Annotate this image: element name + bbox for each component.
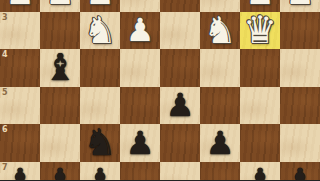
rank-label-4: 4 xyxy=(2,50,8,59)
square-a5[interactable] xyxy=(280,87,320,125)
square-f5[interactable] xyxy=(80,87,120,125)
square-h3[interactable]: 3 xyxy=(0,12,40,50)
black-pawn-g7[interactable]: ♟ xyxy=(40,162,80,181)
square-b3[interactable]: ♛ xyxy=(240,12,280,50)
square-g4[interactable]: ♝ xyxy=(40,49,80,87)
square-d3[interactable] xyxy=(160,12,200,50)
square-a2[interactable]: ♟ xyxy=(280,0,320,12)
square-b4[interactable] xyxy=(240,49,280,87)
square-a6[interactable] xyxy=(280,124,320,162)
square-b6[interactable] xyxy=(240,124,280,162)
white-pawn-h2[interactable]: ♟ xyxy=(0,0,40,12)
square-g2[interactable]: ♟ xyxy=(40,0,80,12)
chess-board: ♟♟♟♟♟3♞♟♞♛4♝5♟6♞♟♟7♟♟♟♟♟ xyxy=(0,0,320,180)
rank-label-5: 5 xyxy=(2,88,8,97)
square-e2[interactable] xyxy=(120,0,160,12)
square-e3[interactable]: ♟ xyxy=(120,12,160,50)
square-c3[interactable]: ♞ xyxy=(200,12,240,50)
square-f7[interactable]: ♟ xyxy=(80,162,120,181)
black-pawn-d5[interactable]: ♟ xyxy=(160,87,200,125)
black-pawn-b7[interactable]: ♟ xyxy=(240,162,280,181)
square-e6[interactable]: ♟ xyxy=(120,124,160,162)
white-knight-f3[interactable]: ♞ xyxy=(80,12,120,50)
black-pawn-c6[interactable]: ♟ xyxy=(200,124,240,162)
black-pawn-e6[interactable]: ♟ xyxy=(120,124,160,162)
square-g5[interactable] xyxy=(40,87,80,125)
square-e5[interactable] xyxy=(120,87,160,125)
square-f3[interactable]: ♞ xyxy=(80,12,120,50)
square-a4[interactable] xyxy=(280,49,320,87)
rank-label-6: 6 xyxy=(2,125,8,134)
square-g7[interactable]: ♟ xyxy=(40,162,80,181)
black-pawn-a7[interactable]: ♟ xyxy=(280,162,320,181)
white-pawn-e3[interactable]: ♟ xyxy=(120,12,160,50)
square-a3[interactable] xyxy=(280,12,320,50)
chess-board-viewport: ♟♟♟♟♟3♞♟♞♛4♝5♟6♞♟♟7♟♟♟♟♟ xyxy=(0,0,320,180)
square-c6[interactable]: ♟ xyxy=(200,124,240,162)
white-queen-b3[interactable]: ♛ xyxy=(240,12,280,50)
square-e4[interactable] xyxy=(120,49,160,87)
square-a7[interactable]: ♟ xyxy=(280,162,320,181)
square-h5[interactable]: 5 xyxy=(0,87,40,125)
rank-label-3: 3 xyxy=(2,13,8,22)
square-b7[interactable]: ♟ xyxy=(240,162,280,181)
square-h2[interactable]: ♟ xyxy=(0,0,40,12)
white-pawn-g2[interactable]: ♟ xyxy=(40,0,80,12)
square-d7[interactable] xyxy=(160,162,200,181)
black-knight-f6[interactable]: ♞ xyxy=(80,124,120,162)
white-pawn-a2[interactable]: ♟ xyxy=(280,0,320,12)
black-pawn-h7[interactable]: ♟ xyxy=(0,162,40,181)
square-d4[interactable] xyxy=(160,49,200,87)
square-f6[interactable]: ♞ xyxy=(80,124,120,162)
square-c4[interactable] xyxy=(200,49,240,87)
square-h6[interactable]: 6 xyxy=(0,124,40,162)
square-d6[interactable] xyxy=(160,124,200,162)
black-pawn-f7[interactable]: ♟ xyxy=(80,162,120,181)
square-d5[interactable]: ♟ xyxy=(160,87,200,125)
square-h7[interactable]: 7♟ xyxy=(0,162,40,181)
square-d2[interactable] xyxy=(160,0,200,12)
square-g6[interactable] xyxy=(40,124,80,162)
square-g3[interactable] xyxy=(40,12,80,50)
white-knight-c3[interactable]: ♞ xyxy=(200,12,240,50)
square-e7[interactable] xyxy=(120,162,160,181)
black-bishop-g4[interactable]: ♝ xyxy=(40,49,80,87)
square-c7[interactable] xyxy=(200,162,240,181)
square-b5[interactable] xyxy=(240,87,280,125)
square-f4[interactable] xyxy=(80,49,120,87)
square-c5[interactable] xyxy=(200,87,240,125)
square-h4[interactable]: 4 xyxy=(0,49,40,87)
